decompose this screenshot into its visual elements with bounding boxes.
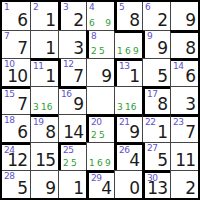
- cell-value: 2: [73, 12, 83, 29]
- cell-value: 4: [101, 180, 111, 197]
- puzzle-grid: 1621324695862977138251699981010111127913…: [0, 0, 200, 200]
- cell-value: 9: [129, 124, 139, 141]
- clue-number: 5: [119, 3, 124, 12]
- cell-r3c6[interactable]: 5: [142, 58, 170, 86]
- clue-number: 11: [33, 62, 43, 71]
- cell-r6c1[interactable]: 2412: [2, 142, 30, 170]
- cell-r5c5[interactable]: 219: [114, 114, 142, 142]
- cell-r7c2[interactable]: 9: [30, 170, 58, 198]
- candidate-digit: 1: [117, 47, 125, 56]
- clue-number: 26: [119, 146, 129, 155]
- cell-r5c7[interactable]: 237: [170, 114, 198, 142]
- clue-number: 29: [91, 174, 101, 183]
- cell-r3c7[interactable]: 146: [170, 58, 198, 86]
- cell-r7c3[interactable]: 1: [58, 170, 86, 198]
- cell-r6c6[interactable]: 275: [142, 142, 170, 170]
- cell-r3c1[interactable]: 1010: [2, 58, 30, 86]
- cell-r4c4[interactable]: [86, 86, 114, 114]
- cell-r4c3[interactable]: 169: [58, 86, 86, 114]
- cell-r4c2[interactable]: 316: [30, 86, 58, 114]
- cell-value: 1: [45, 68, 55, 85]
- cell-value: 5: [17, 180, 27, 197]
- clue-number: 4: [89, 3, 94, 12]
- cell-r7c1[interactable]: 285: [2, 170, 30, 198]
- candidate-digit: 16: [41, 103, 52, 112]
- candidates: 25: [63, 159, 83, 168]
- clue-number: 27: [147, 144, 157, 153]
- cell-value: 1: [129, 68, 139, 85]
- candidates: 69: [89, 19, 111, 28]
- cell-r7c6[interactable]: 3013: [142, 170, 170, 198]
- cell-r2c4[interactable]: 825: [86, 30, 114, 58]
- cell-r1c7[interactable]: 9: [170, 2, 198, 30]
- clue-number: 2: [33, 3, 38, 12]
- candidate-digit: 2: [63, 159, 71, 168]
- clue-number: 3: [63, 3, 68, 12]
- cell-value: 1: [73, 180, 83, 197]
- candidates: 25: [91, 47, 111, 56]
- candidate-digit: 3: [117, 103, 125, 112]
- cell-value: 9: [73, 96, 83, 113]
- cell-r3c2[interactable]: 111: [30, 58, 58, 86]
- candidate-digit: 1: [89, 159, 97, 168]
- cell-r1c2[interactable]: 21: [30, 2, 58, 30]
- clue-number: 14: [173, 62, 183, 71]
- cell-r2c2[interactable]: 1: [30, 30, 58, 58]
- cell-value: 7: [185, 124, 195, 141]
- cell-value: 6: [17, 124, 27, 141]
- cell-value: 8: [157, 96, 167, 113]
- cell-value: 3: [185, 96, 195, 113]
- candidate-digit: 9: [105, 19, 111, 28]
- candidates: 169: [89, 159, 111, 168]
- cell-r2c7[interactable]: 8: [170, 30, 198, 58]
- cell-r2c3[interactable]: 3: [58, 30, 86, 58]
- candidates: 316: [117, 103, 139, 112]
- clue-number: 18: [4, 116, 14, 125]
- cell-r7c4[interactable]: 294: [86, 170, 114, 198]
- cell-r6c3[interactable]: 2525: [58, 142, 86, 170]
- cell-value: 6: [17, 12, 27, 29]
- cell-value: 8: [185, 40, 195, 57]
- candidates: 316: [33, 103, 55, 112]
- cell-r1c3[interactable]: 32: [58, 2, 86, 30]
- cell-r7c5[interactable]: 0: [114, 170, 142, 198]
- candidate-digit: 3: [33, 103, 41, 112]
- cell-r7c7[interactable]: 2: [170, 170, 198, 198]
- clue-number: 8: [91, 32, 96, 41]
- candidate-digit: 6: [89, 19, 95, 28]
- cell-value: 1: [45, 40, 55, 57]
- clue-number: 23: [173, 118, 183, 127]
- cell-value: 10: [7, 68, 27, 85]
- cell-r2c1[interactable]: 77: [2, 30, 30, 58]
- cell-value: 1: [45, 12, 55, 29]
- clue-number: 25: [63, 146, 73, 155]
- cell-value: 2: [185, 180, 195, 197]
- cell-value: 9: [185, 12, 195, 29]
- clue-number: 6: [145, 3, 150, 12]
- cell-value: 6: [185, 68, 195, 85]
- clue-number: 12: [63, 60, 73, 69]
- cell-value: 4: [129, 152, 139, 169]
- cell-r4c1[interactable]: 157: [2, 86, 30, 114]
- cell-r4c7[interactable]: 3: [170, 86, 198, 114]
- cell-value: 2: [157, 12, 167, 29]
- clue-number: 16: [61, 90, 71, 99]
- cell-value: 3: [73, 40, 83, 57]
- cell-r1c4[interactable]: 469: [86, 2, 114, 30]
- candidate-digit: 2: [91, 131, 99, 140]
- cell-r6c7[interactable]: 11: [170, 142, 198, 170]
- clue-number: 20: [91, 118, 101, 127]
- candidate-digit: 2: [91, 47, 99, 56]
- candidate-digit: 6: [97, 159, 105, 168]
- cell-r3c5[interactable]: 131: [114, 58, 142, 86]
- candidate-digit: 6: [125, 47, 133, 56]
- cell-value: 8: [45, 124, 55, 141]
- clue-number: 13: [119, 62, 129, 71]
- cell-value: 12: [7, 152, 27, 169]
- cell-r5c4[interactable]: 2025: [86, 114, 114, 142]
- clue-number: 22: [145, 118, 155, 127]
- cell-r6c2[interactable]: 15: [30, 142, 58, 170]
- candidate-digit: 9: [105, 159, 113, 168]
- candidate-digit: 9: [133, 47, 141, 56]
- cell-r3c3[interactable]: 127: [58, 58, 86, 86]
- cell-value: 15: [35, 152, 55, 169]
- cell-value: 7: [73, 68, 83, 85]
- cell-r1c5[interactable]: 58: [114, 2, 142, 30]
- cell-r6c5[interactable]: 264: [114, 142, 142, 170]
- candidate-digit: 5: [71, 159, 79, 168]
- cell-value: 5: [157, 68, 167, 85]
- clue-number: 17: [147, 90, 157, 99]
- cell-value: 9: [101, 68, 111, 85]
- candidate-digit: 5: [99, 47, 107, 56]
- cell-r4c5[interactable]: 316: [114, 86, 142, 114]
- cell-value: 11: [175, 152, 195, 169]
- candidate-digit: 5: [99, 131, 107, 140]
- cell-r5c2[interactable]: 198: [30, 114, 58, 142]
- cell-value: 9: [157, 40, 167, 57]
- cell-value: 9: [45, 180, 55, 197]
- cell-r5c1[interactable]: 186: [2, 114, 30, 142]
- cell-r1c6[interactable]: 62: [142, 2, 170, 30]
- cell-value: 0: [129, 180, 139, 197]
- cell-value: 8: [129, 12, 139, 29]
- clue-number: 28: [4, 172, 14, 181]
- candidate-digit: 16: [125, 103, 136, 112]
- cell-value: 7: [17, 96, 27, 113]
- clue-number: 7: [4, 32, 9, 41]
- cell-r2c5[interactable]: 169: [114, 30, 142, 58]
- cell-value: 5: [157, 152, 167, 169]
- cell-value: 1: [157, 124, 167, 141]
- cell-r4c6[interactable]: 178: [142, 86, 170, 114]
- clue-number: 21: [119, 118, 129, 127]
- clue-number: 15: [4, 90, 14, 99]
- clue-number: 19: [33, 118, 43, 127]
- cell-r5c3[interactable]: 14: [58, 114, 86, 142]
- cell-value: 7: [17, 40, 27, 57]
- cell-value: 14: [63, 124, 83, 141]
- clue-number: 1: [4, 3, 9, 12]
- clue-number: 9: [147, 32, 152, 41]
- cell-r6c4[interactable]: 169: [86, 142, 114, 170]
- cell-r3c4[interactable]: 9: [86, 58, 114, 86]
- cell-r1c1[interactable]: 16: [2, 2, 30, 30]
- candidates: 25: [91, 131, 111, 140]
- cell-value: 13: [147, 180, 167, 197]
- cell-r2c6[interactable]: 99: [142, 30, 170, 58]
- candidates: 169: [117, 47, 139, 56]
- cell-r5c6[interactable]: 221: [142, 114, 170, 142]
